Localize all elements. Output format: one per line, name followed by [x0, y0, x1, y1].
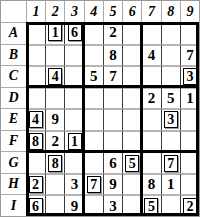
- cell-D8[interactable]: 5: [161, 87, 180, 109]
- cell-C2[interactable]: 4: [45, 65, 64, 87]
- box-border-vertical-2: [140, 22, 143, 216]
- cell-C8[interactable]: [161, 65, 180, 87]
- digit: 9: [109, 176, 117, 193]
- cell-F7[interactable]: [141, 130, 160, 152]
- cell-H5[interactable]: 9: [103, 173, 122, 195]
- cell-H2[interactable]: [45, 173, 64, 195]
- digit: 7: [109, 68, 117, 85]
- cell-F3[interactable]: 1: [64, 130, 83, 152]
- sudoku-board: 123456789A162B847C4573D251E493F821G8657H…: [0, 0, 200, 217]
- boxed-digit: 7: [164, 155, 178, 172]
- box-border-horizontal-0: [26, 22, 199, 25]
- row-label-F: F: [1, 130, 26, 152]
- cell-C6[interactable]: [122, 65, 141, 87]
- cell-C5[interactable]: 7: [103, 65, 122, 87]
- boxed-digit: 7: [87, 176, 101, 193]
- cell-C7[interactable]: [141, 65, 160, 87]
- cell-E4[interactable]: [84, 108, 103, 130]
- column-label-3: 3: [64, 1, 83, 22]
- box-border-horizontal-3: [26, 213, 199, 216]
- cell-A5[interactable]: 2: [103, 22, 122, 44]
- cell-F4[interactable]: [84, 130, 103, 152]
- cell-D3[interactable]: [64, 87, 83, 109]
- cell-B7[interactable]: 4: [141, 44, 160, 66]
- digit: 8: [109, 47, 117, 64]
- cell-E5[interactable]: [103, 108, 122, 130]
- cell-D2[interactable]: [45, 87, 64, 109]
- row-label-B: B: [1, 44, 26, 66]
- row-label-D: D: [1, 87, 26, 109]
- boxed-digit: 6: [68, 24, 82, 41]
- column-label-1: 1: [26, 1, 45, 22]
- cell-F8[interactable]: [161, 130, 180, 152]
- cell-A6[interactable]: [122, 22, 141, 44]
- cell-G8[interactable]: 7: [161, 151, 180, 173]
- digit: 2: [109, 24, 117, 41]
- column-label-2: 2: [45, 1, 64, 22]
- cell-B6[interactable]: [122, 44, 141, 66]
- cell-C4[interactable]: 5: [84, 65, 103, 87]
- cell-G6[interactable]: 5: [122, 151, 141, 173]
- cell-A7[interactable]: [141, 22, 160, 44]
- cell-G3[interactable]: [64, 151, 83, 173]
- cell-B5[interactable]: 8: [103, 44, 122, 66]
- cell-A4[interactable]: [84, 22, 103, 44]
- digit: 5: [167, 90, 175, 107]
- boxed-digit: 5: [125, 155, 139, 172]
- cell-H4[interactable]: 7: [84, 173, 103, 195]
- row-label-C: C: [1, 65, 26, 87]
- cell-F6[interactable]: [122, 130, 141, 152]
- row-label-A: A: [1, 22, 26, 44]
- cell-H3[interactable]: 3: [64, 173, 83, 195]
- cell-A2[interactable]: 1: [45, 22, 64, 44]
- digit: 9: [52, 111, 60, 128]
- cell-E2[interactable]: 9: [45, 108, 64, 130]
- digit: 7: [186, 47, 194, 64]
- boxed-digit: 3: [183, 68, 197, 85]
- boxed-digit: 1: [68, 133, 82, 150]
- cell-B4[interactable]: [84, 44, 103, 66]
- boxed-digit: 1: [48, 24, 62, 41]
- digit: 6: [109, 155, 117, 172]
- row-label-E: E: [1, 108, 26, 130]
- digit: 4: [148, 47, 156, 64]
- digit: 3: [71, 176, 79, 193]
- boxed-digit: 4: [29, 111, 43, 128]
- boxed-digit: 2: [29, 176, 43, 193]
- cell-E6[interactable]: [122, 108, 141, 130]
- cell-H7[interactable]: 8: [141, 173, 160, 195]
- column-label-8: 8: [161, 1, 180, 22]
- column-label-4: 4: [84, 1, 103, 22]
- cell-E8[interactable]: 3: [161, 108, 180, 130]
- box-border-vertical-3: [196, 22, 199, 216]
- cell-D7[interactable]: 2: [141, 87, 160, 109]
- boxed-digit: 8: [29, 133, 43, 150]
- cell-H6[interactable]: [122, 173, 141, 195]
- boxed-digit: 3: [164, 111, 178, 128]
- boxed-digit: 8: [48, 155, 62, 172]
- cell-D4[interactable]: [84, 87, 103, 109]
- box-border-vertical-0: [26, 22, 29, 216]
- column-label-6: 6: [122, 1, 141, 22]
- cell-E3[interactable]: [64, 108, 83, 130]
- box-border-vertical-1: [82, 22, 85, 216]
- digit: 8: [148, 176, 156, 193]
- cell-B2[interactable]: [45, 44, 64, 66]
- cell-A8[interactable]: [161, 22, 180, 44]
- corner-cell: [1, 1, 26, 22]
- row-label-G: G: [1, 151, 26, 173]
- cell-G5[interactable]: 6: [103, 151, 122, 173]
- cell-A3[interactable]: 6: [64, 22, 83, 44]
- column-label-5: 5: [103, 1, 122, 22]
- cell-D6[interactable]: [122, 87, 141, 109]
- digit: 2: [148, 90, 156, 107]
- cell-B8[interactable]: [161, 44, 180, 66]
- cell-C3[interactable]: [64, 65, 83, 87]
- digit: 5: [90, 68, 98, 85]
- cell-E7[interactable]: [141, 108, 160, 130]
- cell-G4[interactable]: [84, 151, 103, 173]
- cell-D5[interactable]: [103, 87, 122, 109]
- digit: 1: [186, 90, 194, 107]
- box-border-horizontal-2: [26, 150, 199, 153]
- cell-H8[interactable]: 1: [161, 173, 180, 195]
- boxed-digit: 4: [48, 68, 62, 85]
- digit: 2: [52, 133, 60, 150]
- row-label-H: H: [1, 173, 26, 195]
- column-label-7: 7: [141, 1, 160, 22]
- row-label-I: I: [1, 194, 26, 216]
- box-border-horizontal-1: [26, 85, 199, 88]
- cell-B3[interactable]: [64, 44, 83, 66]
- cell-G2[interactable]: 8: [45, 151, 64, 173]
- cell-F2[interactable]: 2: [45, 130, 64, 152]
- cell-F5[interactable]: [103, 130, 122, 152]
- cell-G7[interactable]: [141, 151, 160, 173]
- column-label-9: 9: [180, 1, 199, 22]
- digit: 1: [167, 176, 175, 193]
